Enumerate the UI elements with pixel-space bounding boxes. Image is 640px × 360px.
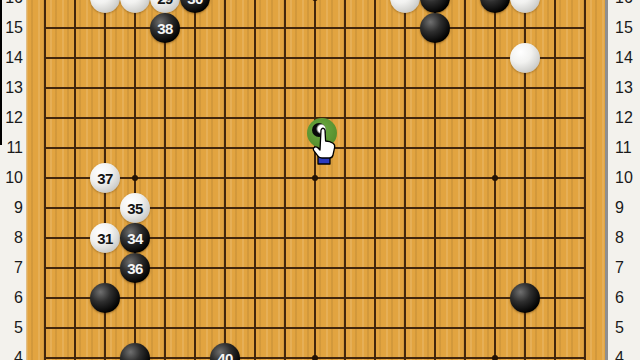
star-point-16-4 <box>492 355 498 360</box>
go-board-screen: 293038373531343640 16151413121110987654 … <box>0 0 640 360</box>
row-label-right-16: 16 <box>615 0 640 7</box>
row-label-right-4: 4 <box>615 349 640 360</box>
star-point-10-10 <box>312 175 318 181</box>
stone-D9: 35 <box>120 193 150 223</box>
grid-line-col-5 <box>164 0 166 360</box>
grid-line-col-15 <box>464 0 466 360</box>
star-point-16-10 <box>492 175 498 181</box>
stone-D8: 34 <box>120 223 150 253</box>
row-label-right-13: 13 <box>615 79 640 97</box>
stone-number: 30 <box>187 0 203 7</box>
row-label-left-14: 14 <box>0 49 23 67</box>
row-label-right-9: 9 <box>615 199 640 217</box>
grid-line-row-6 <box>44 297 586 299</box>
stone-number: 29 <box>157 0 173 7</box>
row-label-left-15: 15 <box>0 19 23 37</box>
stone-number: 40 <box>217 350 233 360</box>
row-label-right-11: 11 <box>615 139 640 157</box>
grid-line-row-14 <box>44 57 586 59</box>
grid-line-col-1 <box>44 0 46 360</box>
row-label-right-14: 14 <box>615 49 640 67</box>
row-label-right-5: 5 <box>615 319 640 337</box>
grid-line-col-2 <box>74 0 76 360</box>
grid-line-row-5 <box>44 327 586 329</box>
row-label-left-9: 9 <box>0 199 23 217</box>
row-label-right-15: 15 <box>615 19 640 37</box>
row-label-left-11: 11 <box>0 139 23 157</box>
star-point-4-10 <box>132 175 138 181</box>
row-label-left-10: 10 <box>0 169 23 187</box>
stone-D7: 36 <box>120 253 150 283</box>
row-label-left-4: 4 <box>0 349 23 360</box>
stone-number: 37 <box>97 170 113 187</box>
row-label-left-5: 5 <box>0 319 23 337</box>
grid-line-col-19 <box>584 0 586 360</box>
stone-number: 38 <box>157 20 173 37</box>
stone-C10: 37 <box>90 163 120 193</box>
row-label-left-7: 7 <box>0 259 23 277</box>
left-edge-black-bar <box>0 0 2 145</box>
stone-C8: 31 <box>90 223 120 253</box>
stone-number: 35 <box>127 200 143 217</box>
row-label-right-6: 6 <box>615 289 640 307</box>
row-label-left-6: 6 <box>0 289 23 307</box>
stone-R6 <box>510 283 540 313</box>
row-label-right-8: 8 <box>615 229 640 247</box>
row-label-right-12: 12 <box>615 109 640 127</box>
row-label-left-8: 8 <box>0 229 23 247</box>
row-label-left-13: 13 <box>0 79 23 97</box>
stone-E15: 38 <box>150 13 180 43</box>
grid-line-col-8 <box>254 0 256 360</box>
row-label-left-16: 16 <box>0 0 23 7</box>
stone-R14 <box>510 43 540 73</box>
stone-number: 34 <box>127 230 143 247</box>
stone-O15 <box>420 13 450 43</box>
row-labels-right: 16151413121110987654 <box>605 0 640 360</box>
grid-line-col-11 <box>344 0 346 360</box>
hand-cursor-icon <box>311 126 337 166</box>
grid-line-col-7 <box>224 0 226 360</box>
stone-C6 <box>90 283 120 313</box>
grid-line-col-14 <box>434 0 436 360</box>
row-label-right-10: 10 <box>615 169 640 187</box>
grid-line-col-13 <box>404 0 406 360</box>
grid-line-col-9 <box>284 0 286 360</box>
grid-line-row-15 <box>44 27 586 29</box>
stone-number: 36 <box>127 260 143 277</box>
row-label-right-7: 7 <box>615 259 640 277</box>
star-point-10-4 <box>312 355 318 360</box>
stone-number: 31 <box>97 230 113 247</box>
row-labels-left: 16151413121110987654 <box>0 0 27 360</box>
row-label-left-12: 12 <box>0 109 23 127</box>
grid-line-col-6 <box>194 0 196 360</box>
grid-line-col-12 <box>374 0 376 360</box>
grid-line-col-18 <box>554 0 556 360</box>
grid-line-row-13 <box>44 87 586 89</box>
